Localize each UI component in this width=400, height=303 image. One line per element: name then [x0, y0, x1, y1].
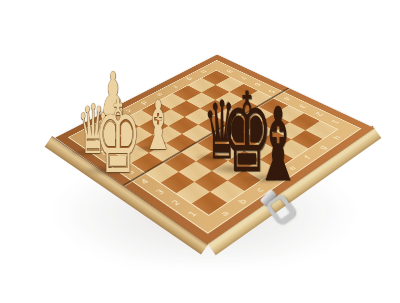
white-king: ♚: [92, 88, 144, 188]
white-bishop: ♝: [140, 92, 175, 160]
product-photo-scene: abcdefgh abcdefgh 87654321 87654321 ♟♛♚♝…: [0, 0, 400, 303]
black-bishop: ♝: [251, 94, 304, 196]
